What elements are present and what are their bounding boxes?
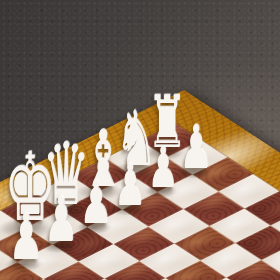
white-pawn-a2: ♟ (179, 117, 212, 177)
white-pawn-c2: ♟ (114, 156, 146, 214)
white-pawn-b2: ♟ (147, 140, 178, 196)
white-pawn-e2: ♟ (44, 189, 78, 251)
white-pawn-f2: ♟ (8, 205, 44, 269)
white-pawn-d2: ♟ (79, 172, 112, 232)
chess-set-photo: ♜♞♝♛♚♟♟♟♟♟♟ (0, 0, 280, 280)
